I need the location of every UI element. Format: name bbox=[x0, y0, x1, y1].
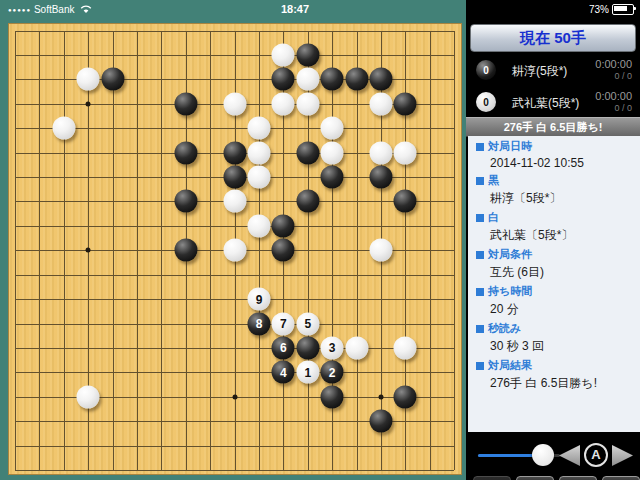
grid-line-vertical bbox=[357, 31, 358, 471]
black-stone bbox=[321, 385, 344, 408]
carrier-name: SoftBank bbox=[34, 4, 75, 15]
black-stone bbox=[296, 141, 319, 164]
function-button-終了[interactable]: 終 了 bbox=[602, 476, 640, 480]
white-stone bbox=[394, 336, 417, 359]
bullet-square-icon bbox=[476, 251, 484, 259]
bullet-square-icon bbox=[476, 214, 484, 222]
black-stone bbox=[345, 68, 368, 91]
grid-line-horizontal bbox=[15, 299, 454, 300]
app-screen: ●●●●● SoftBank 18:47 73% 987563412 現在 50… bbox=[0, 0, 640, 480]
black-stone bbox=[370, 410, 393, 433]
current-move-header: 現在 50手 bbox=[470, 24, 636, 52]
bullet-square-icon bbox=[476, 325, 484, 333]
black-stone bbox=[174, 239, 197, 262]
star-point bbox=[86, 248, 91, 253]
info-label: 白 bbox=[476, 210, 640, 225]
white-stone bbox=[370, 141, 393, 164]
star-point bbox=[232, 394, 237, 399]
black-stone bbox=[174, 190, 197, 213]
info-value: 武礼葉〔5段*〕 bbox=[490, 227, 640, 244]
black-stone bbox=[394, 385, 417, 408]
info-label: 対局日時 bbox=[476, 139, 640, 154]
previous-move-button[interactable] bbox=[559, 445, 580, 466]
black-stone bbox=[321, 166, 344, 189]
black-stone bbox=[272, 239, 295, 262]
grid-line-horizontal bbox=[15, 348, 454, 349]
next-move-button[interactable] bbox=[612, 445, 633, 466]
star-point bbox=[86, 101, 91, 106]
black-stone bbox=[101, 68, 124, 91]
white-stone bbox=[223, 92, 246, 115]
black-stone bbox=[370, 68, 393, 91]
grid-line-horizontal bbox=[15, 372, 454, 373]
black-stone bbox=[174, 92, 197, 115]
grid-line-horizontal bbox=[15, 324, 454, 325]
black-stone bbox=[370, 166, 393, 189]
white-stone bbox=[248, 166, 271, 189]
white-stone-numbered: 9 bbox=[248, 288, 271, 311]
black-stone bbox=[272, 214, 295, 237]
star-point bbox=[379, 394, 384, 399]
black-stone-numbered: 8 bbox=[248, 312, 271, 335]
info-value: 2014-11-02 10:55 bbox=[490, 156, 640, 170]
white-stone bbox=[321, 117, 344, 140]
black-player-name: 耕淳(5段*) bbox=[512, 63, 567, 80]
function-button-手順[interactable]: 手 順 bbox=[473, 476, 511, 480]
go-board[interactable]: 987563412 bbox=[8, 23, 462, 475]
carrier-label: ●●●●● SoftBank bbox=[8, 4, 92, 16]
white-stone bbox=[272, 92, 295, 115]
battery-icon bbox=[612, 4, 634, 15]
white-stone-numbered: 7 bbox=[272, 312, 295, 335]
info-value: 276手 白 6.5目勝ち! bbox=[490, 375, 640, 392]
white-stone bbox=[77, 68, 100, 91]
black-stone bbox=[394, 92, 417, 115]
function-button-再検討[interactable]: 再検討 bbox=[516, 476, 554, 480]
game-info-sidebar: 現在 50手 0 耕淳(5段*) 0:00:00 0 / 0 0 武礼葉(5段*… bbox=[466, 20, 640, 480]
black-stone bbox=[174, 141, 197, 164]
battery-percent-label: 73% bbox=[589, 4, 609, 15]
info-label: 秒読み bbox=[476, 321, 640, 336]
white-stone bbox=[296, 92, 319, 115]
grid-line-horizontal bbox=[15, 446, 454, 447]
white-stone-numbered: 1 bbox=[296, 361, 319, 384]
black-stone bbox=[223, 166, 246, 189]
clock-label: 18:47 bbox=[255, 3, 335, 15]
white-stone bbox=[394, 141, 417, 164]
grid-line-vertical bbox=[430, 31, 431, 471]
white-stone-numbered: 5 bbox=[296, 312, 319, 335]
white-stone bbox=[223, 239, 246, 262]
white-stone bbox=[248, 141, 271, 164]
white-stone-icon: 0 bbox=[476, 92, 496, 112]
black-stone bbox=[321, 68, 344, 91]
white-stone bbox=[345, 336, 368, 359]
info-value: 20 分 bbox=[490, 301, 640, 318]
black-stone bbox=[223, 141, 246, 164]
white-player-clock: 0:00:00 0 / 0 bbox=[595, 90, 632, 114]
black-stone bbox=[394, 190, 417, 213]
white-stone bbox=[370, 239, 393, 262]
white-stone bbox=[77, 385, 100, 408]
black-stone bbox=[296, 190, 319, 213]
info-value: 30 秒 3 回 bbox=[490, 338, 640, 355]
info-label: 黒 bbox=[476, 173, 640, 188]
bullet-square-icon bbox=[476, 177, 484, 185]
grid-line-horizontal bbox=[15, 470, 454, 471]
black-stone-numbered: 6 bbox=[272, 336, 295, 359]
bullet-square-icon bbox=[476, 143, 484, 151]
white-stone bbox=[296, 68, 319, 91]
info-value: 互先 (6目) bbox=[490, 264, 640, 281]
game-result-banner: 276手 白 6.5目勝ち! bbox=[466, 117, 640, 137]
status-bar: ●●●●● SoftBank 18:47 73% bbox=[0, 0, 640, 20]
black-stone-icon: 0 bbox=[476, 60, 496, 80]
playback-controls: A bbox=[466, 432, 640, 480]
white-stone-numbered: 3 bbox=[321, 336, 344, 359]
white-stone bbox=[248, 117, 271, 140]
slider-knob[interactable] bbox=[532, 444, 554, 466]
bullet-square-icon bbox=[476, 288, 484, 296]
white-stone bbox=[52, 117, 75, 140]
white-player-name: 武礼葉(5段*) bbox=[512, 95, 579, 112]
grid-line-horizontal bbox=[15, 275, 454, 276]
info-label: 対局条件 bbox=[476, 247, 640, 262]
signal-strength-icon: ●●●●● bbox=[8, 7, 31, 13]
bullet-square-icon bbox=[476, 362, 484, 370]
white-stone bbox=[370, 92, 393, 115]
black-stone bbox=[296, 336, 319, 359]
white-stone bbox=[223, 190, 246, 213]
grid-line-vertical bbox=[454, 31, 455, 471]
info-value: 耕淳〔5段*〕 bbox=[490, 190, 640, 207]
wifi-icon bbox=[80, 4, 92, 16]
game-info-panel: 対局日時2014-11-02 10:55黒耕淳〔5段*〕白武礼葉〔5段*〕対局条… bbox=[468, 136, 640, 432]
black-stone-numbered: 4 bbox=[272, 361, 295, 384]
player-row-white: 0 武礼葉(5段*) 0:00:00 0 / 0 bbox=[466, 90, 640, 116]
black-stone bbox=[296, 43, 319, 66]
player-row-black: 0 耕淳(5段*) 0:00:00 0 / 0 bbox=[466, 58, 640, 84]
black-stone-numbered: 2 bbox=[321, 361, 344, 384]
move-slider[interactable] bbox=[478, 454, 560, 457]
black-player-clock: 0:00:00 0 / 0 bbox=[595, 58, 632, 82]
white-stone bbox=[248, 214, 271, 237]
white-stone bbox=[272, 43, 295, 66]
grid-line-vertical bbox=[259, 31, 260, 471]
function-button-形勢[interactable]: 形 勢 bbox=[559, 476, 597, 480]
battery-indicator: 73% bbox=[589, 4, 634, 15]
black-stone bbox=[272, 68, 295, 91]
info-label: 対局結果 bbox=[476, 358, 640, 373]
white-stone bbox=[321, 141, 344, 164]
auto-play-button[interactable]: A bbox=[584, 443, 608, 467]
info-label: 持ち時間 bbox=[476, 284, 640, 299]
